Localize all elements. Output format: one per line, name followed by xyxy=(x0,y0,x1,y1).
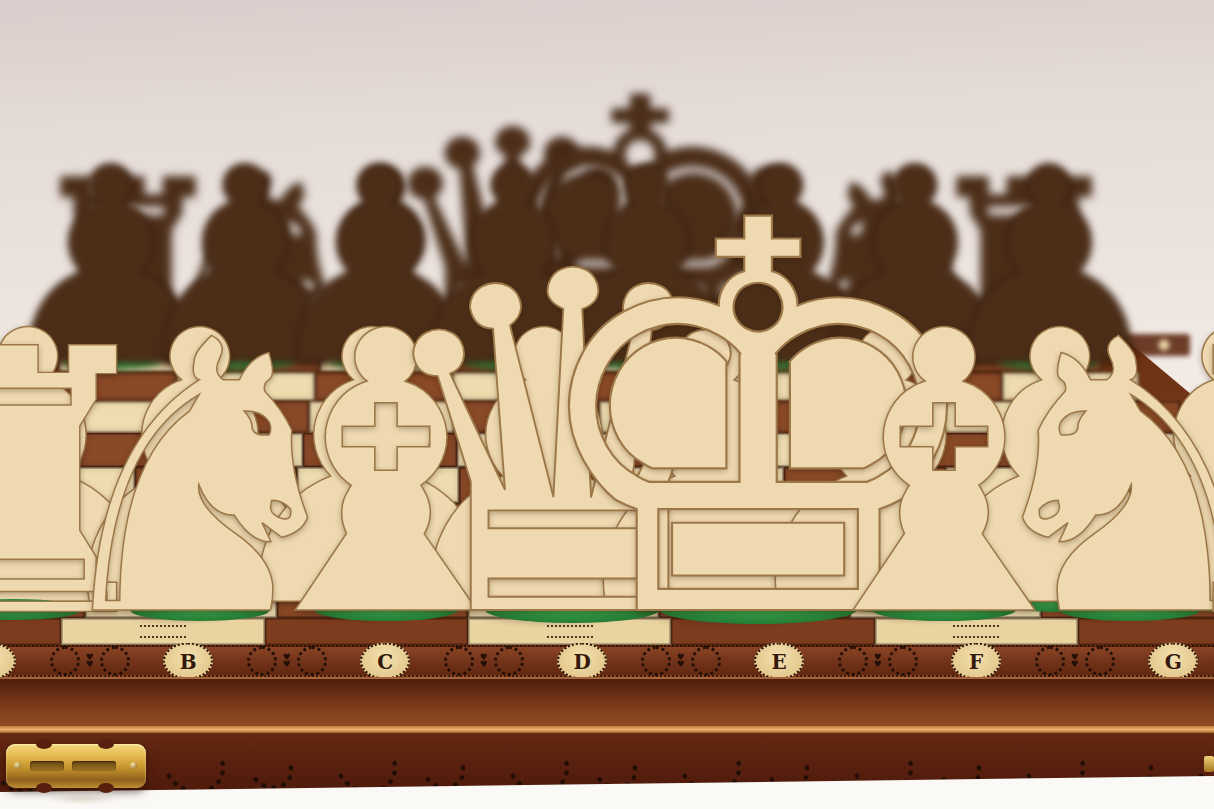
brass-latch xyxy=(6,744,146,788)
latch-scallop xyxy=(36,783,52,793)
brass-hinge-edge xyxy=(1204,756,1214,772)
pieces-layer: ♜♞♝♛♚♝♞♜♟♟♟♟♟♟♟♟♟♟♟♟♟♟♟♟♜♞♝♛♚♝♞♜ xyxy=(0,0,1214,809)
latch-slot xyxy=(30,761,64,771)
chess-set-photo: ABCDEFG♥♥♥♥♥♥♥♥♥♥♥♥♥♥ ♜♞♝♛♚♝♞♜♟♟♟♟♟♟♟♟♟♟… xyxy=(0,0,1214,809)
latch-screw xyxy=(130,762,137,769)
piece-white-rook-h1: ♜ xyxy=(1152,302,1214,667)
latch-scallop xyxy=(98,783,114,793)
latch-scallop xyxy=(36,739,52,749)
latch-reflection xyxy=(28,794,138,804)
latch-slot xyxy=(72,761,116,771)
latch-scallop xyxy=(98,739,114,749)
latch-screw xyxy=(14,762,21,769)
